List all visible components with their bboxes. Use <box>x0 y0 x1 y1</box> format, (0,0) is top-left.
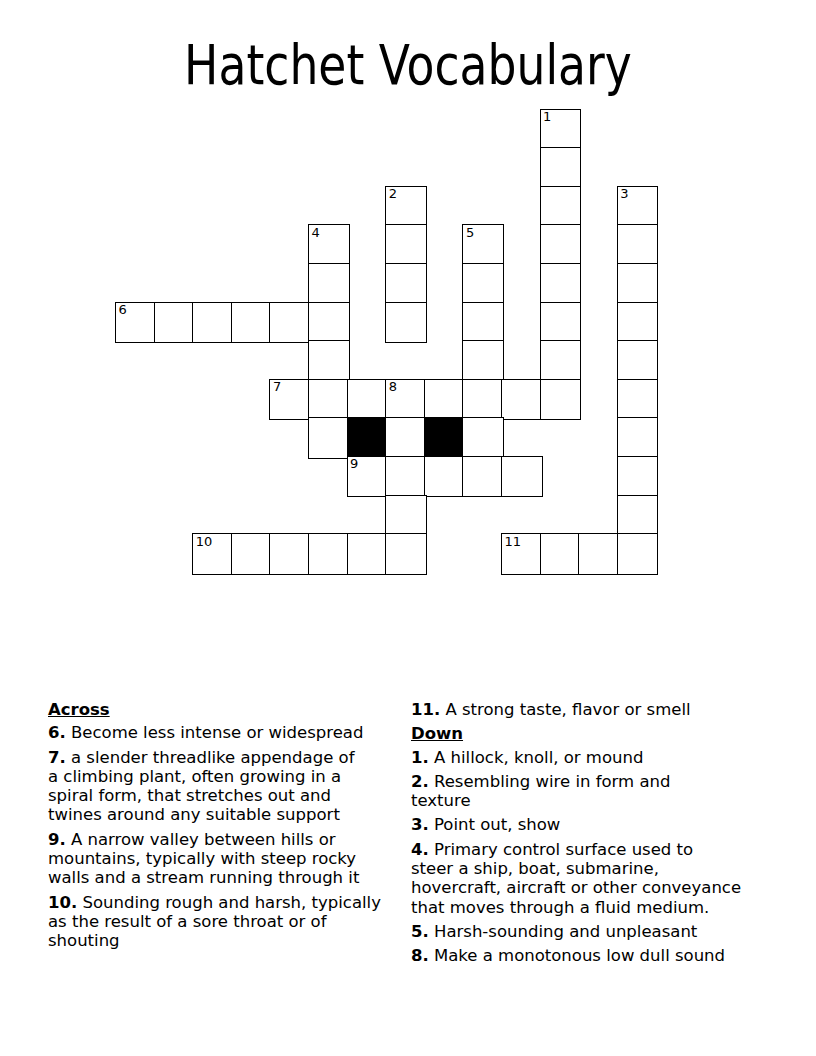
grid-cell[interactable] <box>424 456 466 498</box>
clue-text: A strong taste, flavor or smell <box>440 700 690 719</box>
clue-11: 11. A strong taste, flavor or smell <box>411 700 785 719</box>
clue-text: Resembling wire in form and texture <box>411 772 670 810</box>
grid-cell[interactable]: 7 <box>269 379 311 421</box>
grid-cell[interactable] <box>617 302 659 344</box>
down-header: Down <box>411 724 785 743</box>
crossword-worksheet: Hatchet Vocabulary 1234567891011 Across6… <box>0 0 816 1056</box>
grid-cell[interactable] <box>308 417 350 459</box>
grid-cell[interactable] <box>540 533 582 575</box>
grid-cell[interactable]: 2 <box>385 186 427 228</box>
clue-number-label: 2. <box>411 772 429 791</box>
grid-cell[interactable]: 1 <box>540 109 582 151</box>
grid-cell[interactable]: 11 <box>501 533 543 575</box>
clue-3: 3. Point out, show <box>411 815 785 834</box>
grid-cell[interactable] <box>617 224 659 266</box>
grid-cell[interactable] <box>231 302 273 344</box>
clue-4: 4. Primary control surface used to steer… <box>411 840 785 917</box>
clue-number-label: 4. <box>411 840 429 859</box>
grid-cell[interactable] <box>617 340 659 382</box>
grid-cell[interactable] <box>347 533 389 575</box>
grid-cell[interactable] <box>308 340 350 382</box>
clue-8: 8. Make a monotonous low dull sound <box>411 946 785 965</box>
grid-cell[interactable] <box>385 263 427 305</box>
clue-6: 6. Become less intense or widespread <box>48 723 402 742</box>
clue-text: Become less intense or widespread <box>66 723 364 742</box>
clue-9: 9. A narrow valley between hills or moun… <box>48 830 402 888</box>
grid-cell[interactable]: 9 <box>347 456 389 498</box>
grid-cell[interactable] <box>462 456 504 498</box>
grid-cell[interactable] <box>192 302 234 344</box>
grid-cell[interactable] <box>501 379 543 421</box>
clues-right-column: 11. A strong taste, flavor or smellDown1… <box>411 700 785 971</box>
grid-cell[interactable]: 3 <box>617 186 659 228</box>
clue-10: 10. Sounding rough and harsh, typically … <box>48 893 402 951</box>
clue-number: 5 <box>466 226 474 240</box>
grid-cell[interactable] <box>540 224 582 266</box>
clue-text: Make a monotonous low dull sound <box>429 946 725 965</box>
grid-cell[interactable] <box>385 533 427 575</box>
clue-number-label: 10. <box>48 893 77 912</box>
grid-cell[interactable] <box>308 379 350 421</box>
clue-number-label: 6. <box>48 723 66 742</box>
grid-cell[interactable] <box>617 533 659 575</box>
clue-5: 5. Harsh-sounding and unpleasant <box>411 922 785 941</box>
clue-number: 11 <box>505 535 522 549</box>
grid-cell[interactable]: 8 <box>385 379 427 421</box>
clue-number-label: 9. <box>48 830 66 849</box>
clue-number-label: 5. <box>411 922 429 941</box>
clues-left-column: Across6. Become less intense or widespre… <box>48 700 402 956</box>
grid-cell[interactable] <box>385 495 427 537</box>
clue-2: 2. Resembling wire in form and texture <box>411 772 785 811</box>
clue-text: Primary control surface used to steer a … <box>411 840 741 917</box>
grid-cell[interactable] <box>385 302 427 344</box>
clue-number: 7 <box>273 380 281 394</box>
clue-number-label: 7. <box>48 748 66 767</box>
grid-cell[interactable] <box>540 263 582 305</box>
clue-text: Point out, show <box>429 815 561 834</box>
grid-cell[interactable] <box>501 456 543 498</box>
grid-cell[interactable] <box>231 533 273 575</box>
grid-cell[interactable] <box>308 302 350 344</box>
clue-number: 9 <box>350 457 358 471</box>
grid-cell[interactable] <box>385 224 427 266</box>
grid-cell[interactable] <box>462 417 504 459</box>
clue-text: A hillock, knoll, or mound <box>429 748 644 767</box>
clue-number: 10 <box>196 535 213 549</box>
grid-cell[interactable] <box>540 147 582 189</box>
grid-cell[interactable] <box>462 302 504 344</box>
clue-1: 1. A hillock, knoll, or mound <box>411 748 785 767</box>
clue-number: 6 <box>119 303 127 317</box>
grid-cell[interactable] <box>269 533 311 575</box>
clue-number: 8 <box>389 380 397 394</box>
grid-cell[interactable]: 10 <box>192 533 234 575</box>
grid-cell[interactable] <box>617 495 659 537</box>
grid-cell[interactable] <box>617 379 659 421</box>
clue-text: a slender threadlike appendage of a clim… <box>48 748 354 825</box>
grid-cell[interactable] <box>540 186 582 228</box>
grid-cell[interactable] <box>424 379 466 421</box>
grid-cell[interactable] <box>540 340 582 382</box>
clue-number-label: 3. <box>411 815 429 834</box>
grid-cell[interactable]: 5 <box>462 224 504 266</box>
grid-cell[interactable]: 6 <box>115 302 157 344</box>
crossword-grid: 1234567891011 <box>0 0 816 700</box>
clue-text: A narrow valley between hills or mountai… <box>48 830 359 888</box>
clue-text: Harsh-sounding and unpleasant <box>429 922 698 941</box>
grid-cell[interactable] <box>462 379 504 421</box>
grid-cell[interactable] <box>462 263 504 305</box>
clue-number-label: 8. <box>411 946 429 965</box>
grid-cell[interactable] <box>617 456 659 498</box>
clue-number-label: 1. <box>411 748 429 767</box>
grid-cell[interactable] <box>462 340 504 382</box>
grid-cell[interactable] <box>385 456 427 498</box>
grid-cell[interactable]: 4 <box>308 224 350 266</box>
grid-cell[interactable] <box>308 263 350 305</box>
clue-text: Sounding rough and harsh, typically as t… <box>48 893 381 951</box>
grid-cell[interactable] <box>540 302 582 344</box>
grid-cell[interactable] <box>269 302 311 344</box>
grid-cell[interactable] <box>617 263 659 305</box>
clue-number: 1 <box>543 110 551 124</box>
clue-number: 4 <box>312 226 320 240</box>
clue-7: 7. a slender threadlike appendage of a c… <box>48 748 402 825</box>
grid-cell[interactable] <box>617 417 659 459</box>
grid-cell[interactable] <box>308 533 350 575</box>
grid-cell[interactable] <box>347 379 389 421</box>
grid-cell[interactable] <box>385 417 427 459</box>
clue-number-label: 11. <box>411 700 440 719</box>
grid-cell[interactable] <box>578 533 620 575</box>
clue-number: 2 <box>389 187 397 201</box>
grid-cell[interactable] <box>154 302 196 344</box>
blocked-cell <box>424 417 466 459</box>
grid-cell[interactable] <box>540 379 582 421</box>
blocked-cell <box>347 417 389 459</box>
clue-number: 3 <box>620 187 628 201</box>
across-header: Across <box>48 700 402 719</box>
